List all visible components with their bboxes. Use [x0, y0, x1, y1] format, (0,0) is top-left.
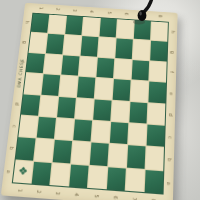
board-square[interactable] — [127, 145, 146, 168]
board-square[interactable] — [73, 119, 92, 141]
board-square[interactable] — [63, 35, 81, 55]
board-square[interactable] — [149, 61, 166, 82]
board-square[interactable] — [34, 139, 54, 162]
board-square[interactable] — [79, 56, 97, 77]
board-square[interactable] — [61, 55, 79, 76]
board-square[interactable] — [115, 39, 132, 59]
board-square[interactable] — [91, 121, 110, 143]
board-square[interactable] — [55, 118, 74, 140]
board-square[interactable] — [41, 74, 60, 95]
board-square[interactable] — [53, 140, 72, 163]
board-square[interactable] — [16, 137, 36, 160]
board-square[interactable] — [44, 54, 62, 75]
board-square[interactable] — [46, 34, 64, 54]
board-square[interactable] — [93, 99, 111, 121]
board-square[interactable] — [24, 73, 43, 94]
board-square[interactable] — [69, 164, 88, 188]
board-square[interactable] — [148, 82, 166, 103]
board-square[interactable] — [110, 122, 128, 144]
board-square[interactable] — [131, 80, 149, 101]
board-mat: 12345678 12345678 hgfedcba hgfedcba DVA … — [1, 3, 178, 200]
board-square[interactable] — [75, 98, 94, 120]
board-square[interactable] — [146, 147, 164, 170]
board-square[interactable] — [114, 59, 132, 80]
board-square[interactable] — [39, 95, 58, 117]
board-square[interactable] — [134, 20, 151, 40]
board-square[interactable] — [98, 38, 116, 58]
board-square[interactable] — [82, 17, 100, 37]
board-square[interactable] — [132, 60, 150, 81]
board-square[interactable] — [57, 96, 76, 118]
board-square[interactable] — [117, 19, 134, 39]
board-square[interactable]: ❖ — [13, 160, 33, 184]
board-square[interactable] — [65, 16, 83, 36]
board-square[interactable] — [88, 166, 107, 190]
board-square[interactable] — [26, 53, 45, 74]
board-square[interactable] — [129, 101, 147, 123]
board-square[interactable] — [32, 161, 52, 185]
board-square[interactable] — [96, 57, 114, 78]
board-grid: ❖ — [12, 13, 169, 195]
board-square[interactable] — [71, 141, 90, 164]
board-square[interactable] — [31, 14, 49, 34]
board-square[interactable] — [133, 40, 150, 60]
board-square[interactable] — [147, 124, 165, 147]
brand-emblem-icon: ❖ — [18, 166, 28, 177]
board-square[interactable] — [99, 18, 116, 38]
board-square[interactable] — [90, 143, 109, 166]
board-square[interactable] — [81, 36, 99, 56]
board-square[interactable] — [29, 33, 47, 53]
board-square[interactable] — [151, 22, 168, 42]
board-square[interactable] — [21, 94, 40, 116]
board-square[interactable] — [145, 170, 164, 194]
board-square[interactable] — [126, 168, 145, 192]
board-square[interactable] — [111, 100, 129, 122]
board-square[interactable] — [95, 78, 113, 99]
board-square[interactable] — [150, 41, 167, 61]
board-square[interactable] — [107, 167, 126, 191]
board-square[interactable] — [18, 115, 38, 137]
board-square[interactable] — [108, 144, 127, 167]
board-square[interactable] — [148, 103, 166, 125]
board-square[interactable] — [50, 163, 70, 187]
board-square[interactable] — [128, 123, 146, 145]
board-square[interactable] — [77, 77, 95, 98]
board-square[interactable] — [37, 117, 56, 139]
board-square[interactable] — [113, 79, 131, 100]
board-square[interactable] — [48, 15, 66, 35]
chess-board: 12345678 12345678 hgfedcba hgfedcba DVA … — [1, 3, 178, 200]
board-square[interactable] — [59, 76, 78, 97]
